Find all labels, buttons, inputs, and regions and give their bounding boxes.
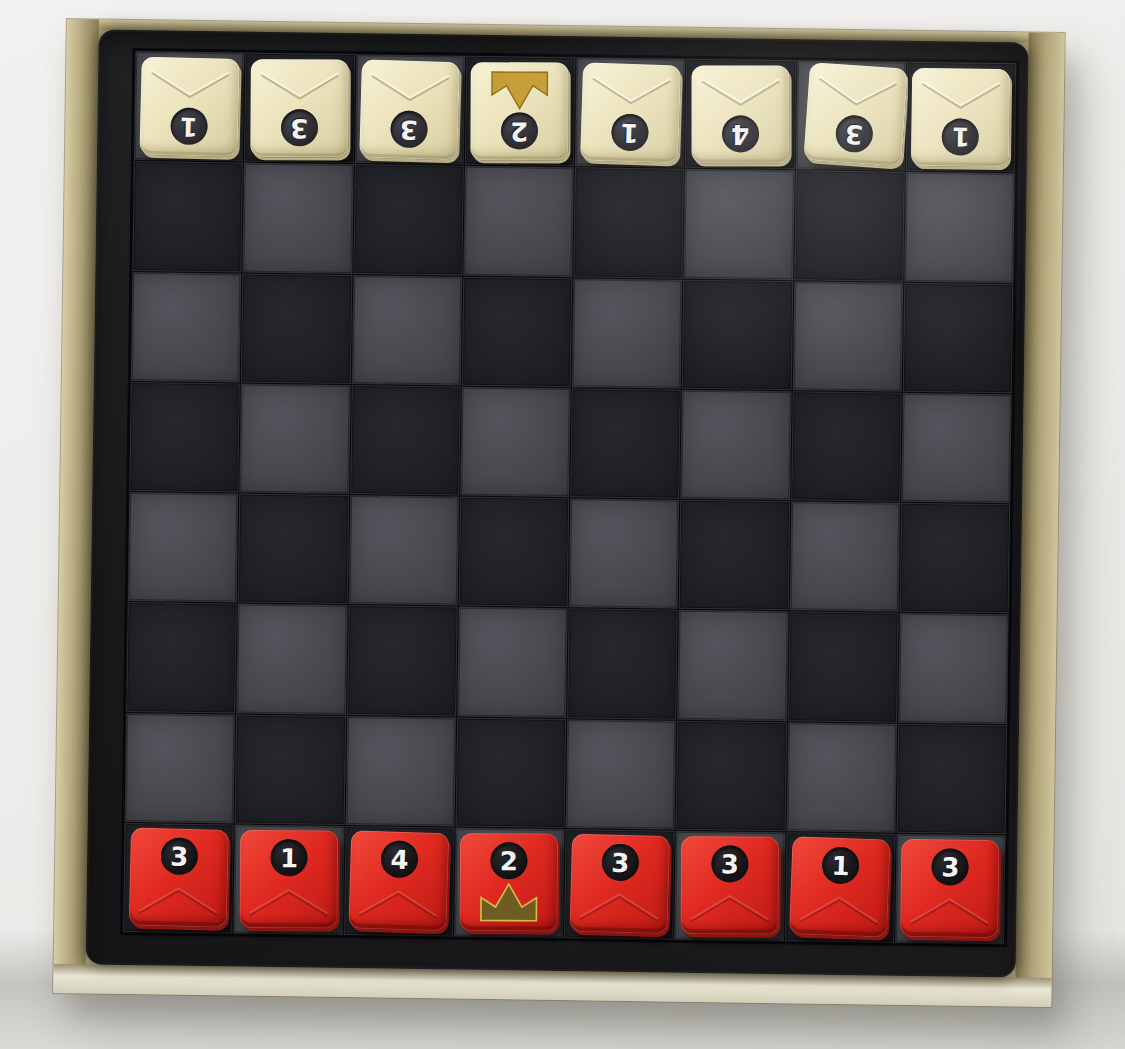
board-square[interactable]: 2 (455, 828, 564, 937)
board-square[interactable] (464, 167, 573, 276)
board-square[interactable]: 1 (576, 58, 685, 167)
board-square[interactable] (683, 280, 792, 389)
board-square[interactable] (241, 384, 350, 493)
board-square[interactable]: 1 (135, 52, 244, 161)
piece-number: 3 (290, 114, 308, 140)
board-square[interactable] (900, 504, 1009, 613)
piece-number-circle: 1 (170, 107, 208, 145)
piece-number-circle: 3 (390, 110, 428, 148)
piece-number: 4 (731, 121, 749, 147)
board-square[interactable] (133, 162, 242, 271)
piece-number: 1 (280, 845, 298, 871)
piece-number: 3 (611, 850, 630, 876)
board-square[interactable]: 3 (245, 54, 354, 163)
board-square[interactable] (237, 605, 346, 714)
board-square[interactable]: 1 (234, 825, 343, 934)
board-square[interactable] (132, 273, 241, 382)
board-square[interactable] (351, 386, 460, 495)
board-square[interactable] (352, 276, 461, 385)
game-board: 1332143131423313 (120, 48, 1019, 947)
board-square[interactable] (899, 614, 1008, 723)
piece-number-circle: 1 (611, 113, 649, 151)
ivory-piece[interactable]: 3 (359, 59, 460, 160)
board-square[interactable] (685, 170, 794, 279)
board-square[interactable]: 1 (786, 833, 895, 942)
red-piece[interactable]: 3 (680, 837, 779, 936)
board-square[interactable] (678, 611, 787, 720)
piece-number: 1 (179, 113, 198, 139)
red-piece[interactable]: 4 (349, 831, 450, 932)
board-square[interactable] (905, 173, 1014, 282)
box-lid: 1332143131423313 (53, 19, 1065, 1007)
board-square[interactable]: 4 (345, 827, 454, 936)
piece-number-circle: 3 (281, 109, 318, 146)
board-square[interactable]: 1 (907, 63, 1016, 172)
board-square[interactable] (795, 172, 904, 281)
board-square[interactable] (567, 720, 676, 829)
board-square[interactable] (456, 718, 565, 827)
board-square[interactable] (897, 724, 1006, 833)
board-square[interactable] (790, 502, 899, 611)
piece-number: 3 (845, 120, 865, 147)
red-piece[interactable]: 1 (239, 830, 338, 929)
photo-scene: 1332143131423313 (0, 0, 1125, 1049)
board-square[interactable] (680, 501, 789, 610)
board-square[interactable]: 3 (124, 824, 233, 933)
board-square[interactable] (677, 721, 786, 830)
board-square[interactable]: 4 (686, 60, 795, 169)
board-square[interactable] (573, 279, 682, 388)
board-square[interactable] (903, 283, 1012, 392)
board-square[interactable] (354, 165, 463, 274)
board-square[interactable] (126, 713, 235, 822)
board-square[interactable] (130, 383, 239, 492)
board-square[interactable] (242, 274, 351, 383)
ivory-piece[interactable]: 1 (580, 62, 681, 163)
piece-number: 1 (951, 124, 969, 150)
red-piece[interactable]: 1 (789, 837, 891, 939)
piece-number: 1 (831, 853, 850, 880)
board-square[interactable]: 3 (675, 831, 784, 940)
piece-number: 3 (721, 851, 739, 877)
red-piece[interactable]: 3 (900, 839, 999, 938)
board-square[interactable]: 3 (565, 830, 674, 939)
ivory-piece[interactable]: 1 (139, 56, 239, 156)
piece-number-circle: 2 (501, 112, 538, 149)
piece-number: 3 (170, 843, 189, 869)
board-square[interactable] (349, 496, 458, 605)
board-square[interactable] (461, 387, 570, 496)
piece-number-circle: 4 (722, 115, 759, 152)
board-square[interactable] (346, 717, 455, 826)
board-square[interactable]: 2 (466, 57, 575, 166)
board-square[interactable] (574, 168, 683, 277)
red-piece[interactable]: 3 (569, 834, 670, 935)
board-square[interactable] (571, 389, 680, 498)
board-square[interactable] (789, 612, 898, 721)
board-square[interactable] (681, 390, 790, 499)
ivory-piece[interactable]: 1 (911, 68, 1010, 167)
board-square[interactable] (459, 498, 568, 607)
ivory-piece[interactable]: 3 (804, 62, 909, 167)
piece-number: 4 (390, 846, 409, 873)
board-square[interactable] (570, 499, 679, 608)
board-square[interactable] (902, 394, 1011, 503)
board-square[interactable]: 3 (896, 835, 1005, 944)
ivory-piece-king[interactable]: 2 (471, 62, 569, 160)
piece-number: 2 (511, 118, 529, 144)
piece-number-circle: 1 (942, 118, 980, 156)
board-square[interactable]: 3 (796, 61, 905, 170)
board-square[interactable] (792, 392, 901, 501)
board-square[interactable] (568, 609, 677, 718)
board-square[interactable] (463, 277, 572, 386)
board-square[interactable] (787, 723, 896, 832)
red-piece[interactable]: 3 (128, 828, 228, 928)
board-tray: 1332143131423313 (86, 30, 1029, 978)
board-square[interactable] (348, 606, 457, 715)
board-square[interactable] (127, 603, 236, 712)
board-square[interactable]: 3 (355, 55, 464, 164)
board-square[interactable] (458, 608, 567, 717)
ivory-piece[interactable]: 4 (691, 65, 789, 163)
board-square[interactable] (239, 495, 348, 604)
piece-number: 3 (941, 854, 959, 880)
red-piece-king[interactable]: 2 (460, 833, 559, 932)
piece-number: 2 (500, 848, 518, 874)
ivory-piece[interactable]: 3 (250, 59, 349, 158)
crown-icon (476, 882, 542, 924)
piece-number: 3 (400, 116, 419, 142)
board-square[interactable] (793, 282, 902, 391)
crown-icon (487, 69, 553, 111)
board-square[interactable] (244, 164, 353, 273)
piece-number: 1 (620, 119, 639, 146)
board-square[interactable] (236, 715, 345, 824)
board-square[interactable] (129, 493, 238, 602)
piece-number-circle: 2 (491, 843, 528, 880)
